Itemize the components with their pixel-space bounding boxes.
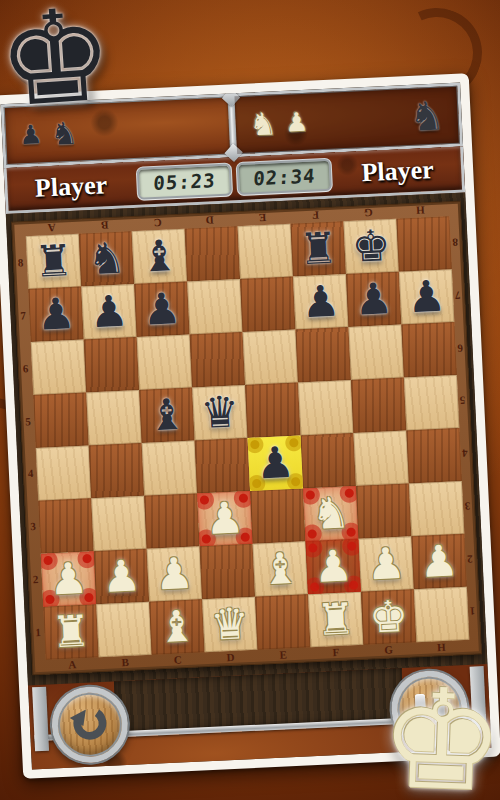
captured-white-pawn-icon: ♟	[284, 109, 309, 136]
captured-black-knight-icon: ♞	[50, 117, 79, 149]
square-f2[interactable]: ♟	[305, 539, 360, 594]
square-c2[interactable]: ♟	[147, 546, 202, 601]
square-c5[interactable]: ♝	[139, 387, 194, 442]
square-e6[interactable]	[243, 330, 298, 385]
square-d7[interactable]	[187, 279, 242, 334]
rail-bracket-right	[470, 666, 487, 731]
square-f8[interactable]: ♜	[291, 221, 346, 276]
square-b2[interactable]: ♟	[94, 549, 149, 604]
right-player-name: Player	[334, 153, 462, 189]
right-player-clock: 02:34	[237, 158, 332, 194]
square-h2[interactable]: ♟	[411, 534, 466, 589]
square-d2[interactable]	[200, 544, 255, 599]
square-b5[interactable]	[86, 390, 141, 445]
square-d8[interactable]	[185, 226, 240, 281]
board-frame: ABCDEFGH ABCDEFGH 87654321 87654321 ♜♞♝♜…	[11, 201, 482, 676]
square-a1[interactable]: ♜	[43, 604, 98, 659]
white-bishop-piece: ♝	[253, 541, 308, 596]
square-e1[interactable]	[255, 594, 310, 649]
rail-bracket-left	[32, 687, 49, 752]
attacked-highlight	[305, 539, 360, 594]
square-b8[interactable]: ♞	[79, 231, 134, 286]
square-g2[interactable]: ♟	[358, 536, 413, 591]
square-d4[interactable]	[195, 438, 250, 493]
square-b3[interactable]	[91, 496, 146, 551]
black-side-indicator-knight-icon: ♞	[408, 95, 446, 137]
square-f5[interactable]	[298, 380, 353, 435]
white-queen-piece: ♛	[202, 597, 257, 652]
square-f6[interactable]	[296, 327, 351, 382]
chess-board: ♜♞♝♜♚♟♟♟♟♟♟♝♛♟♟♞♟♟♟♝♟♟♟♜♝♛♜♚	[26, 216, 468, 659]
white-rook-piece: ♜	[43, 604, 98, 659]
attacked-highlight	[303, 486, 358, 541]
left-player-name: Player	[7, 169, 135, 205]
board-background: ABCDEFGH ABCDEFGH 87654321 87654321 ♜♞♝♜…	[6, 192, 488, 685]
square-h3[interactable]	[409, 481, 464, 536]
square-h4[interactable]	[406, 428, 461, 483]
captured-black-pawn-icon: ♟	[18, 121, 43, 148]
square-c8[interactable]: ♝	[132, 229, 187, 284]
white-pawn-piece: ♟	[94, 549, 149, 604]
square-c7[interactable]: ♟	[134, 282, 189, 337]
left-clock-digits: 05:23	[153, 169, 216, 194]
white-bishop-piece: ♝	[149, 599, 204, 654]
black-pawn-piece: ♟	[399, 269, 454, 324]
white-pawn-piece: ♟	[358, 536, 413, 591]
square-e3[interactable]	[250, 488, 305, 543]
captured-by-black-tray: ♞♟♞	[234, 86, 460, 154]
square-h5[interactable]	[404, 375, 459, 430]
black-rook-piece: ♜	[26, 234, 81, 289]
black-pawn-piece: ♟	[28, 287, 83, 342]
game-panel: ♟♞ ♞♟♞ Player 05:23 02:34 Player ABCDEFG…	[1, 83, 492, 770]
square-a6[interactable]	[31, 340, 86, 395]
square-b6[interactable]	[84, 337, 139, 392]
square-f1[interactable]: ♜	[308, 592, 363, 647]
square-a2[interactable]: ♟	[41, 551, 96, 606]
square-f3[interactable]: ♞	[303, 486, 358, 541]
square-g4[interactable]	[353, 430, 408, 485]
square-f4[interactable]	[301, 433, 356, 488]
black-pawn-piece: ♟	[134, 282, 189, 337]
undo-arrow-icon	[67, 702, 113, 748]
game-panel-frame: ♟♞ ♞♟♞ Player 05:23 02:34 Player ABCDEFG…	[0, 73, 500, 779]
square-a3[interactable]	[38, 498, 93, 553]
square-d1[interactable]: ♛	[202, 597, 257, 652]
square-h1[interactable]	[414, 587, 469, 642]
captured-white-knight-icon: ♞	[249, 108, 278, 140]
pause-button[interactable]	[390, 669, 469, 748]
square-d3[interactable]: ♟	[197, 491, 252, 546]
square-a5[interactable]	[33, 392, 88, 447]
square-h6[interactable]	[401, 322, 456, 377]
square-f7[interactable]: ♟	[293, 274, 348, 329]
square-g1[interactable]: ♚	[361, 589, 416, 644]
white-king-piece: ♚	[361, 589, 416, 644]
square-b1[interactable]	[96, 602, 151, 657]
square-a4[interactable]	[36, 445, 91, 500]
square-g7[interactable]: ♟	[346, 272, 401, 327]
square-g6[interactable]	[348, 325, 403, 380]
black-pawn-piece: ♟	[293, 274, 348, 329]
square-a7[interactable]: ♟	[28, 287, 83, 342]
attacked-highlight	[41, 551, 96, 606]
square-g3[interactable]	[356, 483, 411, 538]
square-e8[interactable]	[238, 224, 293, 279]
black-bishop-piece: ♝	[139, 387, 194, 442]
white-rook-piece: ♜	[308, 592, 363, 647]
black-pawn-piece: ♟	[81, 284, 136, 339]
square-e2[interactable]: ♝	[253, 541, 308, 596]
left-player-clock: 05:23	[137, 163, 232, 199]
square-c6[interactable]	[137, 335, 192, 390]
square-e4[interactable]: ♟	[248, 435, 303, 490]
square-c1[interactable]: ♝	[149, 599, 204, 654]
black-rook-piece: ♜	[291, 221, 346, 276]
black-bishop-piece: ♝	[132, 229, 187, 284]
captured-by-white-tray: ♟♞	[4, 97, 230, 165]
white-pawn-piece: ♟	[147, 546, 202, 601]
leather-flourish	[0, 10, 90, 100]
square-h8[interactable]	[396, 216, 451, 271]
square-d5[interactable]: ♛	[192, 385, 247, 440]
square-g5[interactable]	[351, 378, 406, 433]
square-e5[interactable]	[245, 383, 300, 438]
square-h7[interactable]: ♟	[399, 269, 454, 324]
square-c3[interactable]	[144, 493, 199, 548]
black-queen-piece: ♛	[192, 385, 247, 440]
last-move-highlight	[248, 435, 303, 490]
square-b7[interactable]: ♟	[81, 284, 136, 339]
black-pawn-piece: ♟	[346, 272, 401, 327]
square-e7[interactable]	[240, 277, 295, 332]
square-a8[interactable]: ♜	[26, 234, 81, 289]
right-clock-digits: 02:34	[253, 164, 316, 189]
square-g8[interactable]: ♚	[343, 219, 398, 274]
black-king-piece: ♚	[343, 219, 398, 274]
black-knight-piece: ♞	[79, 231, 134, 286]
square-d6[interactable]	[190, 332, 245, 387]
white-pawn-piece: ♟	[411, 534, 466, 589]
square-c4[interactable]	[142, 440, 197, 495]
attacked-highlight	[197, 491, 252, 546]
square-b4[interactable]	[89, 443, 144, 498]
pause-icon	[414, 693, 444, 724]
